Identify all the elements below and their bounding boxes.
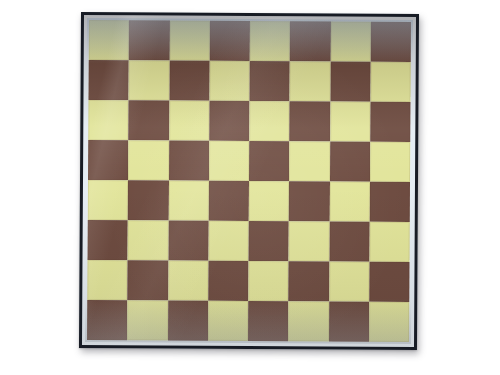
square-c4[interactable] [168, 181, 208, 221]
square-b1[interactable] [127, 300, 167, 340]
square-g2[interactable] [329, 261, 369, 301]
photo-background [0, 0, 500, 375]
square-d3[interactable] [208, 221, 248, 261]
square-f4[interactable] [289, 181, 329, 221]
square-a7[interactable] [88, 60, 128, 100]
square-c3[interactable] [168, 221, 208, 261]
square-g1[interactable] [329, 301, 369, 341]
square-h7[interactable] [370, 62, 410, 102]
square-f2[interactable] [289, 261, 329, 301]
board-frame [79, 12, 419, 350]
square-b7[interactable] [129, 60, 169, 100]
square-g4[interactable] [329, 181, 369, 221]
square-a1[interactable] [87, 300, 127, 340]
square-c2[interactable] [168, 261, 208, 301]
square-c8[interactable] [169, 21, 209, 61]
square-h2[interactable] [369, 262, 409, 302]
square-b5[interactable] [128, 140, 168, 180]
square-h8[interactable] [370, 22, 410, 62]
square-d5[interactable] [209, 141, 249, 181]
square-e3[interactable] [249, 221, 289, 261]
square-b8[interactable] [129, 20, 169, 60]
square-e2[interactable] [248, 261, 288, 301]
square-d1[interactable] [208, 301, 248, 341]
square-c6[interactable] [169, 101, 209, 141]
square-f8[interactable] [290, 21, 330, 61]
square-h1[interactable] [369, 302, 409, 342]
square-f5[interactable] [289, 141, 329, 181]
square-b2[interactable] [128, 260, 168, 300]
square-e8[interactable] [250, 21, 290, 61]
square-b3[interactable] [128, 220, 168, 260]
chessboard [87, 20, 411, 342]
square-a6[interactable] [88, 100, 128, 140]
square-b4[interactable] [128, 180, 168, 220]
square-d8[interactable] [209, 21, 249, 61]
square-e1[interactable] [248, 301, 288, 341]
square-d7[interactable] [209, 61, 249, 101]
square-a8[interactable] [89, 20, 129, 60]
square-a2[interactable] [87, 260, 127, 300]
square-g5[interactable] [329, 141, 369, 181]
square-d6[interactable] [209, 101, 249, 141]
square-h5[interactable] [370, 142, 410, 182]
square-c7[interactable] [169, 61, 209, 101]
square-f7[interactable] [290, 61, 330, 101]
square-a4[interactable] [88, 180, 128, 220]
square-e4[interactable] [249, 181, 289, 221]
square-c1[interactable] [168, 301, 208, 341]
square-h3[interactable] [369, 222, 409, 262]
square-a5[interactable] [88, 140, 128, 180]
square-f1[interactable] [288, 301, 328, 341]
square-d2[interactable] [208, 261, 248, 301]
square-e5[interactable] [249, 141, 289, 181]
square-f6[interactable] [289, 101, 329, 141]
square-h4[interactable] [370, 182, 410, 222]
square-e6[interactable] [249, 101, 289, 141]
square-g8[interactable] [330, 21, 370, 61]
square-b6[interactable] [128, 100, 168, 140]
square-h6[interactable] [370, 102, 410, 142]
square-f3[interactable] [289, 221, 329, 261]
square-c5[interactable] [169, 141, 209, 181]
square-e7[interactable] [249, 61, 289, 101]
square-g6[interactable] [330, 101, 370, 141]
square-d4[interactable] [209, 181, 249, 221]
square-g3[interactable] [329, 221, 369, 261]
square-a3[interactable] [88, 220, 128, 260]
square-g7[interactable] [330, 61, 370, 101]
